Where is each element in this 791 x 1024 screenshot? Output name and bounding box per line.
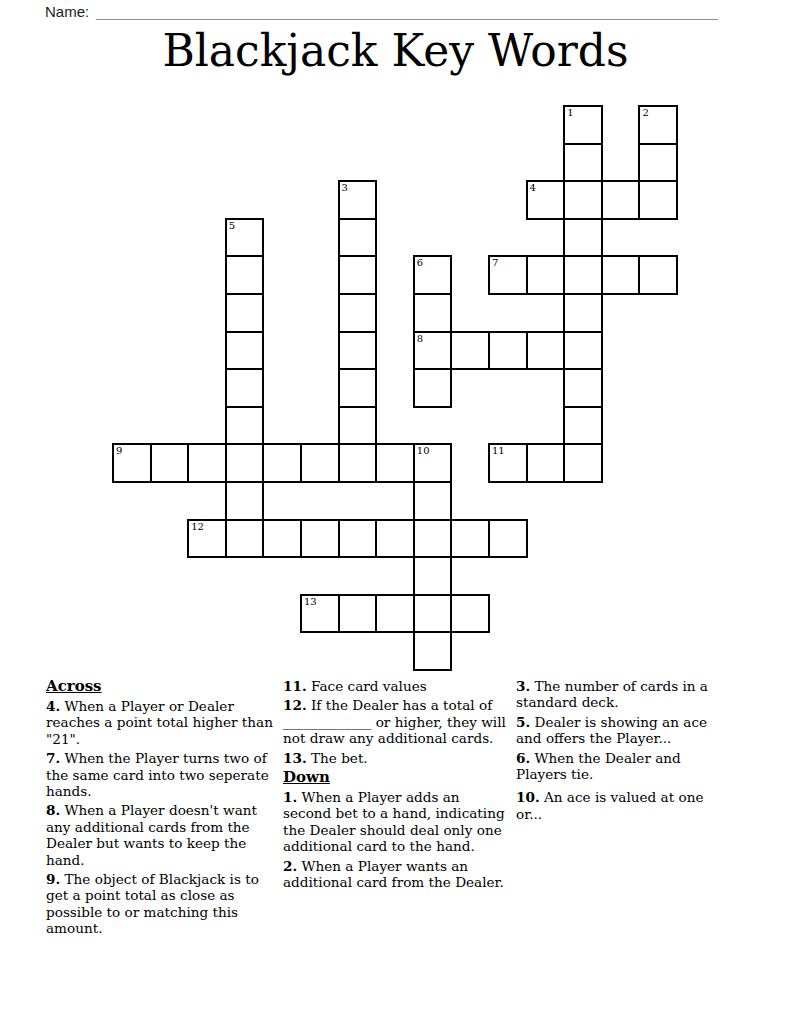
grid-cell-r11c10[interactable] — [488, 519, 528, 559]
clue-8: 8. When a Player doesn't want any additi… — [46, 802, 280, 868]
clue-number: 2. — [283, 858, 297, 874]
grid-cell-r8c6[interactable] — [338, 406, 378, 446]
clue-6: 6. When the Dealer and Players tie. — [516, 750, 732, 783]
grid-cell-r1c14[interactable] — [638, 143, 678, 183]
grid-cell-r6c11[interactable] — [526, 331, 566, 371]
grid-cell-r5c8[interactable] — [413, 293, 453, 333]
grid-cell-r7c8[interactable] — [413, 368, 453, 408]
grid-cell-r8c12[interactable] — [563, 406, 603, 446]
cell-number-4: 4 — [530, 182, 536, 194]
grid-cell-r0c12[interactable]: 1 — [563, 105, 603, 145]
clue-5: 5. Dealer is showing an ace and offers t… — [516, 714, 732, 747]
grid-cell-r3c12[interactable] — [563, 218, 603, 258]
grid-cell-r2c14[interactable] — [638, 180, 678, 220]
grid-cell-r10c8[interactable] — [413, 481, 453, 521]
grid-cell-r0c14[interactable]: 2 — [638, 105, 678, 145]
clue-7: 7. When the Player turns two of the same… — [46, 750, 280, 799]
cell-number-13: 13 — [304, 596, 317, 608]
grid-cell-r13c6[interactable] — [338, 594, 378, 634]
cell-number-5: 5 — [229, 220, 235, 232]
grid-cell-r4c11[interactable] — [526, 255, 566, 295]
grid-cell-r5c12[interactable] — [563, 293, 603, 333]
grid-cell-r10c3[interactable] — [225, 481, 265, 521]
grid-cell-r11c6[interactable] — [338, 519, 378, 559]
grid-cell-r9c5[interactable] — [300, 443, 340, 483]
clue-column-middle: 11. Face card values12. If the Dealer ha… — [283, 678, 509, 893]
down-heading: Down — [283, 769, 509, 786]
grid-cell-r9c8[interactable]: 10 — [413, 443, 453, 483]
clue-12: 12. If the Dealer has a total of _______… — [283, 697, 509, 746]
clue-number: 12. — [283, 697, 307, 713]
clue-9: 9. The object of Blackjack is to get a p… — [46, 871, 280, 937]
grid-cell-r11c4[interactable] — [262, 519, 302, 559]
grid-cell-r11c8[interactable] — [413, 519, 453, 559]
grid-cell-r6c3[interactable] — [225, 331, 265, 371]
grid-cell-r11c5[interactable] — [300, 519, 340, 559]
clue-number: 6. — [516, 750, 530, 766]
grid-cell-r14c8[interactable] — [413, 631, 453, 671]
clue-1: 1. When a Player adds an second bet to a… — [283, 789, 509, 855]
grid-cell-r7c3[interactable] — [225, 368, 265, 408]
grid-cell-r11c2[interactable]: 12 — [187, 519, 227, 559]
grid-cell-r3c6[interactable] — [338, 218, 378, 258]
grid-cell-r4c8[interactable]: 6 — [413, 255, 453, 295]
grid-cell-r6c6[interactable] — [338, 331, 378, 371]
worksheet-page: Name: Blackjack Key Words 12345678910111… — [0, 0, 791, 1024]
clue-number: 5. — [516, 714, 530, 730]
grid-cell-r2c6[interactable]: 3 — [338, 180, 378, 220]
grid-cell-r9c11[interactable] — [526, 443, 566, 483]
cell-number-2: 2 — [642, 107, 648, 119]
grid-cell-r6c12[interactable] — [563, 331, 603, 371]
name-fill-line[interactable] — [96, 3, 718, 20]
crossword-grid: 12345678910111213 — [112, 105, 678, 671]
grid-cell-r2c11[interactable]: 4 — [526, 180, 566, 220]
clue-number: 1. — [283, 789, 297, 805]
clue-number: 8. — [46, 802, 60, 818]
cell-number-12: 12 — [191, 521, 204, 533]
cell-number-7: 7 — [492, 257, 498, 269]
cell-number-3: 3 — [342, 182, 348, 194]
clue-3: 3. The number of cards in a standard dec… — [516, 678, 732, 711]
clue-11: 11. Face card values — [283, 678, 509, 694]
clue-number: 9. — [46, 871, 60, 887]
grid-cell-r7c6[interactable] — [338, 368, 378, 408]
grid-cell-r9c0[interactable]: 9 — [112, 443, 152, 483]
grid-cell-r6c8[interactable]: 8 — [413, 331, 453, 371]
grid-cell-r9c4[interactable] — [262, 443, 302, 483]
grid-cell-r6c9[interactable] — [450, 331, 490, 371]
grid-cell-r3c3[interactable]: 5 — [225, 218, 265, 258]
grid-cell-r4c6[interactable] — [338, 255, 378, 295]
grid-cell-r9c1[interactable] — [150, 443, 190, 483]
grid-cell-r9c3[interactable] — [225, 443, 265, 483]
grid-cell-r9c7[interactable] — [375, 443, 415, 483]
grid-cell-r11c9[interactable] — [450, 519, 490, 559]
clue-column-right: 3. The number of cards in a standard dec… — [516, 678, 732, 825]
name-row: Name: — [45, 3, 718, 20]
clue-number: 4. — [46, 698, 60, 714]
cell-number-10: 10 — [417, 445, 430, 457]
grid-cell-r4c3[interactable] — [225, 255, 265, 295]
grid-cell-r13c7[interactable] — [375, 594, 415, 634]
grid-cell-r8c3[interactable] — [225, 406, 265, 446]
cell-number-11: 11 — [492, 445, 505, 457]
grid-cell-r13c9[interactable] — [450, 594, 490, 634]
grid-cell-r7c12[interactable] — [563, 368, 603, 408]
grid-cell-r2c12[interactable] — [563, 180, 603, 220]
grid-cell-r13c8[interactable] — [413, 594, 453, 634]
clue-number: 11. — [283, 678, 307, 694]
clue-number: 3. — [516, 678, 530, 694]
clue-number: 13. — [283, 750, 307, 766]
grid-cell-r9c2[interactable] — [187, 443, 227, 483]
grid-cell-r4c13[interactable] — [601, 255, 641, 295]
grid-cell-r4c14[interactable] — [638, 255, 678, 295]
cell-number-8: 8 — [417, 333, 423, 345]
cell-number-1: 1 — [567, 107, 573, 119]
grid-cell-r4c10[interactable]: 7 — [488, 255, 528, 295]
grid-cell-r5c3[interactable] — [225, 293, 265, 333]
grid-cell-r5c6[interactable] — [338, 293, 378, 333]
clue-column-left: Across4. When a Player or Dealer reaches… — [46, 678, 280, 940]
grid-cell-r4c12[interactable] — [563, 255, 603, 295]
grid-cell-r9c12[interactable] — [563, 443, 603, 483]
grid-cell-r12c8[interactable] — [413, 556, 453, 596]
grid-cell-r6c10[interactable] — [488, 331, 528, 371]
clue-13: 13. The bet. — [283, 750, 509, 766]
clue-2: 2. When a Player wants an additional car… — [283, 858, 509, 891]
clue-number: 10. — [516, 789, 540, 805]
cell-number-9: 9 — [116, 445, 122, 457]
clue-number: 7. — [46, 750, 60, 766]
across-heading: Across — [46, 678, 280, 695]
grid-cell-r11c7[interactable] — [375, 519, 415, 559]
grid-cell-r13c5[interactable]: 13 — [300, 594, 340, 634]
clue-10: 10. An ace is valued at one or... — [516, 789, 732, 822]
grid-cell-r1c12[interactable] — [563, 143, 603, 183]
name-label: Name: — [45, 3, 96, 20]
grid-cell-r11c3[interactable] — [225, 519, 265, 559]
grid-cell-r2c13[interactable] — [601, 180, 641, 220]
clue-4: 4. When a Player or Dealer reaches a poi… — [46, 698, 280, 747]
grid-cell-r9c10[interactable]: 11 — [488, 443, 528, 483]
puzzle-title: Blackjack Key Words — [0, 28, 791, 74]
cell-number-6: 6 — [417, 257, 423, 269]
grid-cell-r9c6[interactable] — [338, 443, 378, 483]
